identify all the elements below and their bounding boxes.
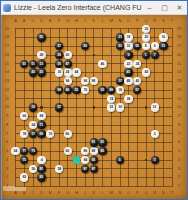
- stone-L15: 46: [98, 60, 106, 68]
- coordinate-label: D: [40, 19, 43, 23]
- stone-K4: 95: [90, 156, 98, 164]
- coordinate-label: 10: [5, 105, 9, 109]
- stone-O14: 41: [124, 68, 132, 76]
- coordinate-label: 19: [177, 27, 181, 31]
- stone-M11: 74: [107, 95, 115, 103]
- stone-F16: 29: [55, 51, 63, 59]
- move-number: 76: [83, 88, 87, 91]
- stone-G14: 24: [64, 68, 72, 76]
- coordinate-label: J: [84, 19, 86, 23]
- move-number: 70: [48, 132, 52, 135]
- coordinate-label: O: [127, 191, 130, 195]
- coordinate-label: 18: [5, 35, 9, 39]
- coordinate-label: M: [110, 191, 113, 195]
- stone-R10: 12: [151, 103, 159, 111]
- coordinate-label: Q: [144, 191, 147, 195]
- stone-Q14: 42: [142, 68, 150, 76]
- move-number: 64: [31, 123, 35, 126]
- coordinate-label: 17: [177, 44, 181, 48]
- coordinate-label: 13: [5, 79, 9, 83]
- coordinate-label: 16: [5, 53, 9, 57]
- coordinate-label: S: [162, 191, 165, 195]
- stone-G15: 47: [64, 60, 72, 68]
- stone-C3: 56: [29, 165, 37, 173]
- move-number: 47: [66, 62, 70, 65]
- stone-R4: 3: [151, 156, 159, 164]
- move-number: 68: [40, 114, 44, 117]
- stone-D15: 13: [37, 60, 45, 68]
- stone-D3: 81: [37, 165, 45, 173]
- coordinate-label: 13: [177, 79, 181, 83]
- stone-C14: 43: [29, 68, 37, 76]
- move-number: 77: [22, 149, 26, 152]
- coordinate-label: C: [31, 191, 34, 195]
- move-number: 9: [128, 53, 130, 56]
- stone-F17: 27: [55, 42, 63, 50]
- stone-Q18: 20: [142, 33, 150, 41]
- coordinate-label: R: [153, 191, 156, 195]
- stone-F14: 30: [55, 68, 63, 76]
- move-number: 74: [109, 97, 113, 100]
- coordinate-label: 11: [5, 97, 9, 101]
- stone-F10: 57: [55, 103, 63, 111]
- stone-L5: 85: [98, 147, 106, 155]
- move-number: 8: [145, 44, 147, 47]
- coordinate-label: B: [23, 19, 26, 23]
- move-number: 13: [40, 62, 44, 65]
- move-number: 33: [101, 88, 105, 91]
- stone-O16: 9: [124, 51, 132, 59]
- move-number: 35: [74, 88, 78, 91]
- coordinate-label: N: [118, 191, 121, 195]
- coordinate-label: R: [153, 19, 156, 23]
- coordinate-label: N: [118, 19, 121, 23]
- grid-line-vertical: [172, 28, 173, 186]
- stone-G7: 80: [64, 130, 72, 138]
- coordinate-label: E: [49, 19, 52, 23]
- stone-K6: 91: [90, 138, 98, 146]
- coordinate-label: T: [171, 19, 173, 23]
- move-number: 96: [83, 79, 87, 82]
- move-number: 29: [57, 53, 61, 56]
- move-number: 84: [83, 158, 87, 161]
- move-number: 56: [31, 167, 35, 170]
- stone-D4: 4: [37, 156, 45, 164]
- coordinate-label: L: [101, 19, 103, 23]
- coordinate-label: 3: [178, 167, 180, 171]
- move-number: 82: [22, 176, 26, 179]
- stone-K3: 97: [90, 165, 98, 173]
- stone-H14: 44: [72, 68, 80, 76]
- move-number: 22: [127, 62, 131, 65]
- maximize-button[interactable]: ▢: [157, 1, 172, 14]
- coordinate-label: G: [66, 19, 69, 23]
- coordinate-label: 12: [5, 88, 9, 92]
- stone-G12: 49: [64, 86, 72, 94]
- move-number: 3: [154, 158, 156, 161]
- move-number: 69: [40, 132, 44, 135]
- stone-P15: 34: [133, 60, 141, 68]
- move-number: 2: [154, 132, 156, 135]
- stone-P12: 67: [133, 86, 141, 94]
- move-number: 30: [57, 71, 61, 74]
- go-board[interactable]: AABBCCDDEEFFGGHHJJKKLLMMNNOOPPQQRRSSTT19…: [2, 14, 187, 199]
- move-number: 20: [144, 36, 148, 39]
- move-number: 83: [40, 176, 44, 179]
- star-point: [93, 54, 96, 57]
- move-number: 5: [119, 158, 121, 161]
- stone-D8: 71: [37, 121, 45, 129]
- move-number: 41: [127, 71, 131, 74]
- move-number: 61: [101, 141, 105, 144]
- stone-B5: 77: [20, 147, 28, 155]
- coordinate-label: 3: [6, 167, 8, 171]
- coordinate-label: 7: [6, 132, 8, 136]
- move-number: 93: [83, 44, 87, 47]
- stone-C15: 11: [29, 60, 37, 68]
- stone-L12: 33: [98, 86, 106, 94]
- stone-C8: 64: [29, 121, 37, 129]
- coordinate-label: F: [58, 191, 60, 195]
- stone-C10: 19: [29, 103, 37, 111]
- move-number: 18: [127, 36, 131, 39]
- stone-R17: 6: [151, 42, 159, 50]
- coordinate-label: G: [66, 191, 69, 195]
- coordinate-label: 2: [6, 175, 8, 179]
- coordinate-label: 15: [177, 62, 181, 66]
- grid-line-vertical: [102, 28, 103, 186]
- move-number: 34: [135, 62, 139, 65]
- move-number: 50: [118, 106, 122, 109]
- move-number: 94: [66, 79, 70, 82]
- coordinate-label: 4: [178, 158, 180, 162]
- stone-D18: 55: [37, 33, 45, 41]
- move-number: 66: [22, 114, 26, 117]
- move-number: 86: [83, 149, 87, 152]
- grid-line-vertical: [137, 28, 138, 186]
- coordinate-label: C: [31, 19, 34, 23]
- stone-D16: 28: [37, 51, 45, 59]
- coordinate-label: A: [14, 191, 17, 195]
- grid-line-horizontal: [15, 186, 172, 187]
- stone-O13: 48: [124, 77, 132, 85]
- move-number: 99: [57, 88, 61, 91]
- stone-N13: 37: [116, 77, 124, 85]
- move-number: 7: [154, 53, 156, 56]
- stone-B9: 66: [20, 112, 28, 120]
- coordinate-label: 10: [177, 105, 181, 109]
- stone-D9: 68: [37, 112, 45, 120]
- star-point: [145, 159, 148, 162]
- coordinate-label: 9: [6, 114, 8, 118]
- coordinate-label: 1: [6, 184, 8, 188]
- stone-J13: 96: [81, 77, 89, 85]
- coordinate-label: P: [136, 191, 139, 195]
- stone-D14: 23: [37, 68, 45, 76]
- coordinate-label: T: [171, 191, 173, 195]
- stone-N12: 36: [116, 86, 124, 94]
- move-number: 21: [118, 36, 122, 39]
- stone-C5: 79: [29, 147, 37, 155]
- move-number: 43: [31, 71, 35, 74]
- move-number: 26: [66, 53, 70, 56]
- move-number: 38: [127, 97, 131, 100]
- coordinate-label: E: [49, 191, 52, 195]
- move-number: 24: [66, 71, 70, 74]
- stone-B4: 75: [20, 156, 28, 164]
- coordinate-label: 17: [5, 44, 9, 48]
- coordinate-label: 6: [6, 140, 8, 144]
- stone-M12: 89: [107, 86, 115, 94]
- coordinate-label: 8: [178, 123, 180, 127]
- coordinate-label: A: [14, 19, 17, 23]
- move-number: 52: [109, 106, 113, 109]
- move-number: 28: [40, 53, 44, 56]
- move-number: 95: [92, 158, 96, 161]
- stone-N18: 21: [116, 33, 124, 41]
- coordinate-label: 15: [5, 62, 9, 66]
- coordinate-label: 5: [6, 149, 8, 153]
- move-number: 11: [31, 62, 35, 65]
- stone-H12: 35: [72, 86, 80, 94]
- move-number: 81: [40, 167, 44, 170]
- move-number: 65: [135, 44, 139, 47]
- minimize-button[interactable]: –: [142, 1, 157, 14]
- move-number: 58: [57, 167, 61, 170]
- move-number: 27: [57, 44, 61, 47]
- coordinate-label: 14: [5, 70, 9, 74]
- stone-G5: 60: [64, 147, 72, 155]
- move-number: 97: [92, 167, 96, 170]
- star-point: [40, 106, 43, 109]
- coordinate-label: 4: [6, 158, 8, 162]
- stone-A5: 54: [11, 147, 19, 155]
- coordinate-label: 7: [178, 132, 180, 136]
- stone-J5: 86: [81, 147, 89, 155]
- stone-G16: 26: [64, 51, 72, 59]
- coordinate-label: 8: [6, 123, 8, 127]
- move-number: 51: [22, 62, 26, 65]
- stone-R16: 7: [151, 51, 159, 59]
- coordinate-label: 6: [178, 140, 180, 144]
- title-bar[interactable]: Lizzie - Leela Zero Interface (CHANG FU …: [1, 1, 187, 15]
- stone-J4: 84: [81, 156, 89, 164]
- move-number: 60: [66, 149, 70, 152]
- move-number: 46: [101, 62, 105, 65]
- move-number: 10: [127, 44, 131, 47]
- coordinate-label: P: [136, 19, 139, 23]
- stone-O18: 18: [124, 33, 132, 41]
- coordinate-label: J: [84, 191, 86, 195]
- stone-K5: 88: [90, 147, 98, 155]
- move-number: 87: [83, 167, 87, 170]
- move-number: 32: [144, 27, 148, 30]
- stone-B2: 82: [20, 173, 28, 181]
- move-number: 48: [127, 79, 131, 82]
- stone-N17: 63: [116, 42, 124, 50]
- window-title: Lizzie - Leela Zero Interface (CHANG FU …: [14, 1, 142, 14]
- coordinate-label: 5: [178, 149, 180, 153]
- stone-P13: 40: [133, 77, 141, 85]
- stone-F3: 58: [55, 165, 63, 173]
- move-number: 15: [161, 44, 165, 47]
- stone-L6: 61: [98, 138, 106, 146]
- stone-R7: 2: [151, 130, 159, 138]
- move-number: 71: [40, 123, 44, 126]
- move-number: 1: [145, 53, 147, 56]
- move-number: 75: [22, 158, 26, 161]
- coordinate-label: 9: [178, 114, 180, 118]
- stone-P17: 65: [133, 42, 141, 50]
- stone-S18: 16: [159, 33, 167, 41]
- move-number: 37: [118, 79, 122, 82]
- coordinate-label: 2: [178, 175, 180, 179]
- coordinate-label: 14: [177, 70, 181, 74]
- coordinate-label: K: [92, 19, 95, 23]
- coordinate-label: 19: [5, 27, 9, 31]
- stone-Q17: 8: [142, 42, 150, 50]
- stone-O15: 22: [124, 60, 132, 68]
- coordinate-label: L: [101, 191, 103, 195]
- move-number: 36: [118, 88, 122, 91]
- move-number: 89: [109, 88, 113, 91]
- move-number: 91: [92, 141, 96, 144]
- move-number: 4: [41, 158, 43, 161]
- stone-Q19: 32: [142, 25, 150, 33]
- stone-D7: 69: [37, 130, 45, 138]
- move-number: 55: [40, 36, 44, 39]
- coordinate-label: M: [110, 19, 113, 23]
- stone-J17: 93: [81, 42, 89, 50]
- stone-O11: 38: [124, 95, 132, 103]
- coordinate-label: H: [75, 191, 78, 195]
- move-number: 25: [57, 62, 61, 65]
- coordinate-label: 1: [178, 184, 180, 188]
- stone-F15: 25: [55, 60, 63, 68]
- window-controls: – ▢ ✕: [142, 1, 187, 14]
- coordinate-label: 18: [177, 35, 181, 39]
- coordinate-label: D: [40, 191, 43, 195]
- move-number: 85: [101, 149, 105, 152]
- coordinate-label: 11: [177, 97, 181, 101]
- coordinate-label: 12: [177, 88, 181, 92]
- stone-K13: 98: [90, 77, 98, 85]
- coordinate-label: B: [23, 191, 26, 195]
- coordinate-label: O: [127, 19, 130, 23]
- move-number: 80: [66, 132, 70, 135]
- move-number: 40: [135, 79, 139, 82]
- stone-J12: 76: [81, 86, 89, 94]
- stone-J3: 87: [81, 165, 89, 173]
- move-number: 42: [144, 71, 148, 74]
- suggested-move-marker[interactable]: [73, 156, 80, 163]
- stone-C7: 17: [29, 130, 37, 138]
- coordinate-label: Q: [144, 19, 147, 23]
- stone-O17: 10: [124, 42, 132, 50]
- stone-S17: 15: [159, 42, 167, 50]
- stone-N4: 5: [116, 156, 124, 164]
- lizzie-app-icon: [3, 4, 11, 12]
- move-number: 6: [154, 44, 156, 47]
- stone-G13: 94: [64, 77, 72, 85]
- star-point: [93, 106, 96, 109]
- move-number: 79: [31, 149, 35, 152]
- move-number: 12: [153, 106, 157, 109]
- stone-B7: 78: [20, 130, 28, 138]
- move-number: 98: [92, 79, 96, 82]
- grid-line-vertical: [163, 28, 164, 186]
- move-number: 63: [118, 44, 122, 47]
- move-number: 44: [74, 71, 78, 74]
- move-number: 23: [40, 71, 44, 74]
- move-number: 17: [31, 132, 35, 135]
- stone-B15: 51: [20, 60, 28, 68]
- move-number: 57: [57, 106, 61, 109]
- stone-F12: 99: [55, 86, 63, 94]
- move-number: 19: [31, 106, 35, 109]
- coordinate-label: H: [75, 19, 78, 23]
- stone-D2: 83: [37, 173, 45, 181]
- coordinate-label: F: [58, 19, 60, 23]
- move-number: 78: [22, 132, 26, 135]
- stone-N10: 50: [116, 103, 124, 111]
- move-number: 54: [14, 149, 18, 152]
- coordinate-label: K: [92, 191, 95, 195]
- stone-Q16: 1: [142, 51, 150, 59]
- move-number: 88: [92, 149, 96, 152]
- coordinate-label: S: [162, 19, 165, 23]
- move-number: 16: [161, 36, 165, 39]
- stone-E7: 70: [46, 130, 54, 138]
- coordinate-label: 16: [177, 53, 181, 57]
- move-number: 49: [66, 88, 70, 91]
- close-button[interactable]: ✕: [172, 1, 187, 14]
- move-number: 67: [135, 88, 139, 91]
- stone-M10: 52: [107, 103, 115, 111]
- lizzie-window: Lizzie - Leela Zero Interface (CHANG FU …: [0, 0, 188, 200]
